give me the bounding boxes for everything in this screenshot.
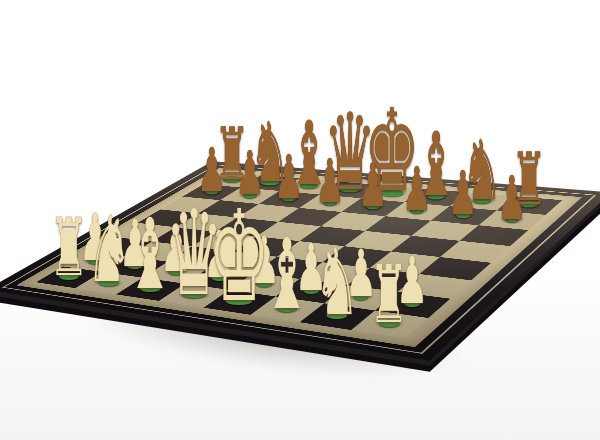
white-knight-glyph: ♞ bbox=[86, 204, 131, 296]
white-bishop-glyph: ♝ bbox=[263, 225, 311, 323]
black-pawn-glyph: ♟ bbox=[449, 163, 479, 223]
pieces-layer: ♜♞♝♛♚♝♞♜♟♟♟♟♟♟♟♟♟♟♟♟♟♟♟♟♜♞♝♛♚♝♞♜ bbox=[0, 0, 600, 440]
black-pawn-glyph: ♟ bbox=[274, 147, 304, 207]
white-rook-glyph: ♜ bbox=[370, 255, 409, 335]
black-pawn-glyph: ♟ bbox=[358, 155, 388, 215]
black-pawn-glyph: ♟ bbox=[315, 151, 345, 211]
white-king-glyph: ♚ bbox=[208, 193, 270, 319]
white-rook-glyph: ♜ bbox=[49, 208, 88, 288]
white-knight-glyph: ♞ bbox=[314, 237, 359, 329]
black-pawn-glyph: ♟ bbox=[402, 159, 432, 219]
chess-set-photo-scene: ♜♞♝♛♚♝♞♜♟♟♟♟♟♟♟♟♟♟♟♟♟♟♟♟♜♞♝♛♚♝♞♜ bbox=[0, 0, 600, 440]
black-pawn-glyph: ♟ bbox=[497, 168, 527, 228]
